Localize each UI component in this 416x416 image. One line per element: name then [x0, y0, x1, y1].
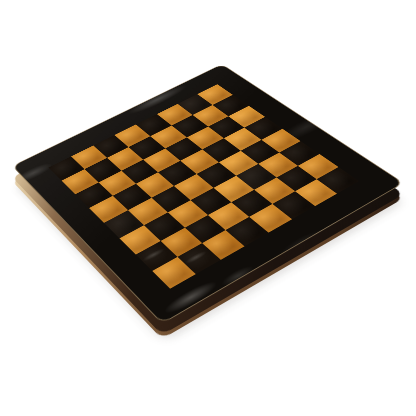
chessboard-product-photo [0, 0, 416, 416]
board-face [12, 64, 404, 324]
